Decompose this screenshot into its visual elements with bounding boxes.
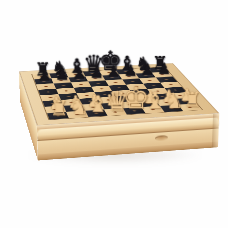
piece-white-rook[interactable]: ♜	[50, 98, 69, 119]
piece-black-pawn[interactable]: ♟	[107, 64, 121, 79]
piece-white-rook[interactable]: ♜	[183, 90, 201, 110]
square-a7[interactable]: ♟	[34, 78, 53, 84]
piece-white-knight[interactable]: ♞	[164, 90, 183, 111]
piece-black-pawn[interactable]: ♟	[90, 65, 104, 80]
piece-black-pawn[interactable]: ♟	[124, 63, 138, 78]
piece-black-pawn[interactable]: ♟	[157, 62, 171, 77]
chess-board: ♜♞♝♛♚♝♞♜♟♟♟♟♟♟♟♟♟♟♟♟♟♟♟♟♜♞♝♛♚♝♞♜	[32, 67, 201, 120]
product-photo-scene: ♜♞♝♛♚♝♞♜♟♟♟♟♟♟♟♟♟♟♟♟♟♟♟♟♜♞♝♛♚♝♞♜	[0, 0, 228, 228]
piece-black-pawn[interactable]: ♟	[55, 67, 69, 83]
chess-box: ♜♞♝♛♚♝♞♜♟♟♟♟♟♟♟♟♟♟♟♟♟♟♟♟♜♞♝♛♚♝♞♜	[19, 63, 219, 125]
square-b1[interactable]: ♞	[66, 111, 88, 119]
box-corner-post	[212, 113, 219, 148]
piece-white-bishop[interactable]: ♝	[88, 93, 108, 116]
square-d7[interactable]: ♟	[85, 75, 105, 81]
piece-black-pawn[interactable]: ♟	[141, 62, 155, 77]
square-b7[interactable]: ♟	[51, 77, 71, 83]
square-h7[interactable]: ♟	[152, 72, 173, 78]
square-a1[interactable]: ♜	[47, 112, 69, 120]
square-c7[interactable]: ♟	[68, 76, 88, 82]
piece-black-pawn[interactable]: ♟	[38, 68, 52, 84]
square-e7[interactable]: ♟	[102, 75, 122, 81]
board-frame: ♜♞♝♛♚♝♞♜♟♟♟♟♟♟♟♟♟♟♟♟♟♟♟♟♜♞♝♛♚♝♞♜	[32, 67, 201, 120]
piece-white-knight[interactable]: ♞	[69, 96, 89, 118]
piece-black-pawn[interactable]: ♟	[73, 66, 87, 81]
drawer-pull-notch[interactable]	[155, 135, 168, 141]
piece-white-queen[interactable]: ♛	[105, 88, 129, 115]
square-c1[interactable]: ♝	[85, 110, 107, 118]
